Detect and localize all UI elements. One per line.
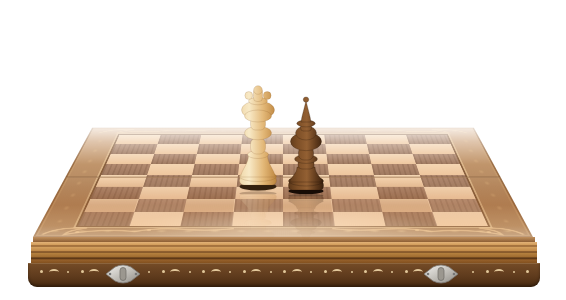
corner-ornament-front-right — [328, 225, 529, 236]
inlay-ornament — [229, 271, 231, 273]
square-c1 — [181, 212, 234, 226]
front-panel — [28, 263, 540, 287]
inlay-ornament — [292, 269, 302, 275]
fold-seam — [65, 177, 501, 178]
inlay-ornament — [211, 269, 221, 275]
inlay-ornament — [162, 270, 165, 273]
square-g3 — [377, 187, 428, 199]
square-g2 — [379, 199, 432, 212]
square-b1 — [129, 212, 183, 226]
square-e1 — [283, 212, 334, 226]
inlay-ornament — [310, 271, 312, 273]
inlay-ornament — [270, 271, 272, 273]
square-c7 — [197, 144, 241, 154]
square-a5 — [101, 164, 150, 175]
square-f8 — [324, 135, 367, 144]
edge-molding — [31, 242, 537, 263]
square-b6 — [150, 154, 197, 164]
inlay-ornament — [513, 271, 515, 273]
white-king-icon — [236, 85, 280, 191]
corner-ornament-back-right — [353, 128, 471, 134]
inlay-ornament — [351, 271, 353, 273]
square-b8 — [157, 135, 201, 144]
square-a1 — [78, 212, 134, 226]
inlay-ornament — [148, 271, 150, 273]
inlay-ornament — [251, 269, 261, 275]
square-h5 — [416, 164, 465, 175]
square-f3 — [330, 187, 380, 199]
square-c6 — [195, 154, 240, 164]
square-d2 — [233, 199, 283, 212]
metal-clasp-right — [423, 263, 459, 285]
square-d1 — [232, 212, 283, 226]
square-a2 — [84, 199, 138, 212]
square-f6 — [326, 154, 371, 164]
square-b5 — [147, 164, 195, 175]
clasp-icon — [105, 263, 141, 285]
square-g1 — [382, 212, 436, 226]
square-g7 — [367, 144, 412, 154]
inlay-ornament — [40, 270, 43, 273]
metal-clasp-left — [105, 263, 141, 285]
inlay-ornament — [81, 270, 84, 273]
inlay-ornament — [405, 270, 408, 273]
inlay-ornament — [413, 269, 423, 275]
square-h6 — [412, 154, 460, 164]
photo-stage — [0, 0, 566, 300]
inlay-ornament — [373, 269, 383, 275]
inlay-ornament — [67, 271, 69, 273]
square-c3 — [187, 187, 237, 199]
square-h8 — [406, 135, 451, 144]
square-g6 — [369, 154, 416, 164]
square-f7 — [325, 144, 369, 154]
inlay-ornament — [526, 270, 529, 273]
inlay-ornament — [486, 270, 489, 273]
square-g5 — [371, 164, 419, 175]
square-a6 — [106, 154, 154, 164]
inlay-ornament — [324, 270, 327, 273]
square-a3 — [90, 187, 142, 199]
square-f2 — [331, 199, 382, 212]
square-c5 — [192, 164, 239, 175]
square-h1 — [432, 212, 488, 226]
square-a7 — [111, 144, 157, 154]
board-grid — [78, 135, 488, 226]
square-b7 — [154, 144, 199, 154]
inlay-ornament — [364, 270, 367, 273]
inlay-ornament — [89, 269, 99, 275]
inlay-ornament — [332, 269, 342, 275]
inlay-ornament — [283, 270, 286, 273]
square-h7 — [409, 144, 455, 154]
corner-ornament-back-left — [95, 128, 213, 134]
inlay-ornament — [170, 269, 180, 275]
black-king-icon — [284, 95, 328, 194]
box-front-edge — [28, 237, 540, 287]
square-c2 — [184, 199, 235, 212]
chess-board — [33, 128, 533, 237]
clasp-icon — [423, 263, 459, 285]
carved-band-back — [97, 128, 470, 133]
inlay-ornament — [189, 271, 191, 273]
white-king — [236, 85, 280, 195]
inlay-ornament — [391, 271, 393, 273]
square-a8 — [115, 135, 160, 144]
square-h2 — [428, 199, 482, 212]
carved-band-front — [40, 226, 527, 236]
inlay-ornament — [243, 270, 246, 273]
inlay-ornament — [202, 270, 205, 273]
square-g8 — [365, 135, 409, 144]
black-king — [284, 95, 328, 198]
inlay-ornament — [494, 269, 504, 275]
inlay-ornament — [472, 271, 474, 273]
square-b3 — [138, 187, 189, 199]
square-e2 — [283, 199, 333, 212]
square-b2 — [134, 199, 187, 212]
inlay-ornament — [49, 269, 59, 275]
square-h3 — [423, 187, 475, 199]
corner-ornament-front-left — [37, 225, 238, 236]
square-f1 — [333, 212, 386, 226]
square-f5 — [327, 164, 374, 175]
